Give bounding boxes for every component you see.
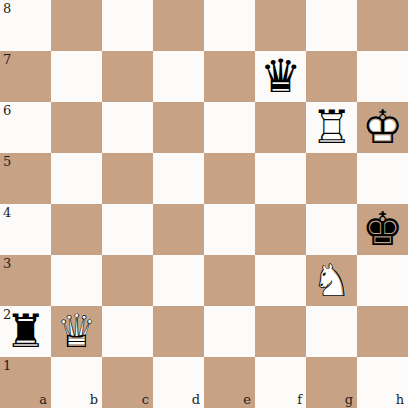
file-label-h: h [396,393,404,406]
square-a8[interactable]: 8 [0,0,51,51]
rank-label-8: 8 [3,2,11,15]
square-a6[interactable]: 6 [0,102,51,153]
square-d5[interactable] [153,153,204,204]
rank-label-6: 6 [3,104,11,117]
square-f8[interactable] [255,0,306,51]
white-king-icon: ♔ [357,102,408,153]
square-f2[interactable] [255,306,306,357]
chess-board: 87♛6♜♖♚♔54♚3♞♘2♜♛♕1abcdefgh [0,0,408,408]
rank-label-1: 1 [3,359,11,372]
square-g1[interactable]: g [306,357,357,408]
file-label-d: d [192,393,200,406]
square-e7[interactable] [204,51,255,102]
square-b1[interactable]: b [51,357,102,408]
square-h3[interactable] [357,255,408,306]
square-a7[interactable]: 7 [0,51,51,102]
square-c2[interactable] [102,306,153,357]
square-f4[interactable] [255,204,306,255]
square-c4[interactable] [102,204,153,255]
piece-black-queen[interactable]: ♛ [255,51,306,102]
square-b5[interactable] [51,153,102,204]
square-g3[interactable]: ♞♘ [306,255,357,306]
square-e3[interactable] [204,255,255,306]
square-d3[interactable] [153,255,204,306]
rank-label-4: 4 [3,206,11,219]
square-b7[interactable] [51,51,102,102]
square-f6[interactable] [255,102,306,153]
piece-white-king[interactable]: ♚♔ [357,102,408,153]
square-f5[interactable] [255,153,306,204]
square-g2[interactable] [306,306,357,357]
square-c7[interactable] [102,51,153,102]
square-c3[interactable] [102,255,153,306]
square-c8[interactable] [102,0,153,51]
square-e1[interactable]: e [204,357,255,408]
square-f1[interactable]: f [255,357,306,408]
square-h1[interactable]: h [357,357,408,408]
square-b4[interactable] [51,204,102,255]
file-label-e: e [243,393,251,406]
square-d4[interactable] [153,204,204,255]
square-d7[interactable] [153,51,204,102]
file-label-g: g [345,393,353,406]
square-h4[interactable]: ♚ [357,204,408,255]
square-c5[interactable] [102,153,153,204]
square-g4[interactable] [306,204,357,255]
square-d2[interactable] [153,306,204,357]
square-d8[interactable] [153,0,204,51]
white-knight-icon: ♘ [306,255,357,306]
square-b8[interactable] [51,0,102,51]
black-rook-icon: ♜ [0,306,51,357]
square-b6[interactable] [51,102,102,153]
square-h2[interactable] [357,306,408,357]
file-label-f: f [297,393,302,406]
square-b3[interactable] [51,255,102,306]
square-e4[interactable] [204,204,255,255]
black-queen-icon: ♛ [255,51,306,102]
square-f7[interactable]: ♛ [255,51,306,102]
file-label-b: b [90,393,98,406]
square-h6[interactable]: ♚♔ [357,102,408,153]
file-label-c: c [142,393,149,406]
square-g8[interactable] [306,0,357,51]
square-h7[interactable] [357,51,408,102]
file-label-a: a [39,393,47,406]
square-g6[interactable]: ♜♖ [306,102,357,153]
piece-white-knight[interactable]: ♞♘ [306,255,357,306]
square-h5[interactable] [357,153,408,204]
white-rook-icon: ♖ [306,102,357,153]
rank-label-7: 7 [3,53,11,66]
black-king-icon: ♚ [357,204,408,255]
square-a5[interactable]: 5 [0,153,51,204]
piece-black-rook[interactable]: ♜ [0,306,51,357]
square-e5[interactable] [204,153,255,204]
square-f3[interactable] [255,255,306,306]
rank-label-3: 3 [3,257,11,270]
square-h8[interactable] [357,0,408,51]
piece-white-rook[interactable]: ♜♖ [306,102,357,153]
square-d6[interactable] [153,102,204,153]
square-c6[interactable] [102,102,153,153]
piece-white-queen[interactable]: ♛♕ [51,306,102,357]
square-g5[interactable] [306,153,357,204]
square-a3[interactable]: 3 [0,255,51,306]
square-b2[interactable]: ♛♕ [51,306,102,357]
white-queen-icon: ♕ [51,306,102,357]
square-e2[interactable] [204,306,255,357]
square-a1[interactable]: 1a [0,357,51,408]
square-d1[interactable]: d [153,357,204,408]
square-g7[interactable] [306,51,357,102]
square-a4[interactable]: 4 [0,204,51,255]
square-e8[interactable] [204,0,255,51]
rank-label-5: 5 [3,155,11,168]
square-a2[interactable]: 2♜ [0,306,51,357]
square-c1[interactable]: c [102,357,153,408]
square-e6[interactable] [204,102,255,153]
piece-black-king[interactable]: ♚ [357,204,408,255]
